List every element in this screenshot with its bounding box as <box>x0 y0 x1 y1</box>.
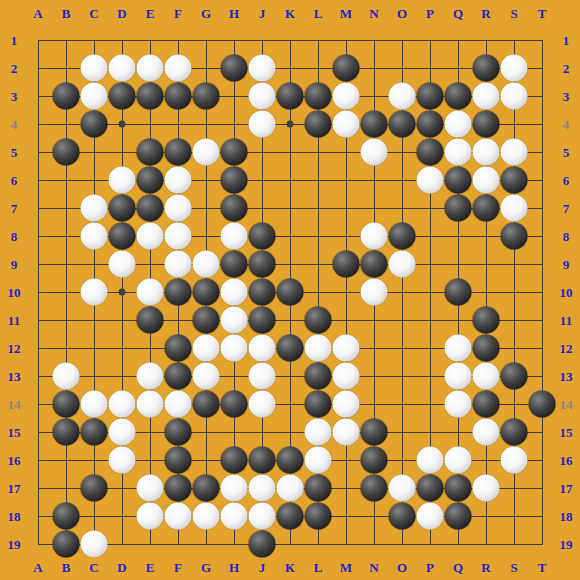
stone-black <box>361 251 388 278</box>
stone-white <box>305 335 332 362</box>
stone-black <box>165 475 192 502</box>
stone-black <box>165 279 192 306</box>
stone-black <box>501 419 528 446</box>
stone-black <box>249 307 276 334</box>
stone-black <box>221 195 248 222</box>
stone-white <box>333 363 360 390</box>
stone-white <box>249 55 276 82</box>
stone-black <box>53 391 80 418</box>
stone-black <box>305 307 332 334</box>
stone-black <box>389 111 416 138</box>
stone-white <box>137 55 164 82</box>
stone-white <box>137 363 164 390</box>
stone-black <box>221 55 248 82</box>
stone-white <box>445 111 472 138</box>
stone-white <box>249 111 276 138</box>
stone-black <box>53 139 80 166</box>
stone-black <box>221 447 248 474</box>
stone-black <box>305 111 332 138</box>
stone-black <box>53 531 80 558</box>
stone-white <box>501 447 528 474</box>
stone-white <box>305 447 332 474</box>
stone-black <box>165 419 192 446</box>
go-board[interactable] <box>0 0 580 580</box>
stone-black <box>501 223 528 250</box>
stone-black <box>165 363 192 390</box>
stone-white <box>137 279 164 306</box>
stone-white <box>277 475 304 502</box>
stone-white <box>221 475 248 502</box>
stone-white <box>81 55 108 82</box>
stone-white <box>193 363 220 390</box>
stone-white <box>249 335 276 362</box>
stone-black <box>501 363 528 390</box>
stone-white <box>165 167 192 194</box>
stone-white <box>333 419 360 446</box>
stone-black <box>221 167 248 194</box>
stone-white <box>137 475 164 502</box>
stone-white <box>193 139 220 166</box>
stone-white <box>389 475 416 502</box>
stone-black <box>165 83 192 110</box>
stone-white <box>165 195 192 222</box>
stone-white <box>109 447 136 474</box>
stone-white <box>81 531 108 558</box>
stone-black <box>109 83 136 110</box>
stone-black <box>361 447 388 474</box>
stone-black <box>277 335 304 362</box>
stone-white <box>333 391 360 418</box>
stone-black <box>389 503 416 530</box>
stone-black <box>473 111 500 138</box>
stone-black <box>81 419 108 446</box>
stone-black <box>193 391 220 418</box>
stone-white <box>417 503 444 530</box>
stone-black <box>445 83 472 110</box>
stone-black <box>305 363 332 390</box>
stone-black <box>221 139 248 166</box>
stone-white <box>81 279 108 306</box>
stone-white <box>305 419 332 446</box>
stone-black <box>361 111 388 138</box>
stone-black <box>445 279 472 306</box>
stone-black <box>305 83 332 110</box>
stone-white <box>193 335 220 362</box>
stone-black <box>417 83 444 110</box>
stone-black <box>277 447 304 474</box>
stone-black <box>137 195 164 222</box>
stone-white <box>81 391 108 418</box>
stone-white <box>221 307 248 334</box>
stone-black <box>249 447 276 474</box>
stone-white <box>501 195 528 222</box>
stone-white <box>473 139 500 166</box>
stone-white <box>389 251 416 278</box>
stone-white <box>473 167 500 194</box>
stone-black <box>249 279 276 306</box>
stone-black <box>81 111 108 138</box>
stone-white <box>165 391 192 418</box>
stone-black <box>193 307 220 334</box>
stone-white <box>333 335 360 362</box>
stone-black <box>277 83 304 110</box>
stone-black <box>389 223 416 250</box>
stone-white <box>137 503 164 530</box>
stone-white <box>137 391 164 418</box>
stone-white <box>501 139 528 166</box>
stone-black <box>305 391 332 418</box>
stone-black <box>53 419 80 446</box>
stone-black <box>53 503 80 530</box>
stone-white <box>249 503 276 530</box>
stone-black <box>249 223 276 250</box>
stone-black <box>473 195 500 222</box>
stone-white <box>81 195 108 222</box>
stone-white <box>249 363 276 390</box>
stone-black <box>221 391 248 418</box>
stone-white <box>361 139 388 166</box>
stone-black <box>109 223 136 250</box>
stone-white <box>109 167 136 194</box>
stone-white <box>81 223 108 250</box>
stone-black <box>109 195 136 222</box>
stone-white <box>109 251 136 278</box>
stone-black <box>333 251 360 278</box>
stone-white <box>221 279 248 306</box>
stone-black <box>249 531 276 558</box>
stone-white <box>109 55 136 82</box>
stone-black <box>445 503 472 530</box>
stone-white <box>417 167 444 194</box>
stone-black <box>473 391 500 418</box>
stone-black <box>249 251 276 278</box>
stone-white <box>165 503 192 530</box>
stone-white <box>249 83 276 110</box>
stone-black <box>501 167 528 194</box>
stone-white <box>417 447 444 474</box>
stone-black <box>333 55 360 82</box>
stone-black <box>417 111 444 138</box>
stone-black <box>165 139 192 166</box>
stone-black <box>81 475 108 502</box>
stone-white <box>249 391 276 418</box>
stone-white <box>501 55 528 82</box>
stone-white <box>501 83 528 110</box>
stone-white <box>473 475 500 502</box>
stone-black <box>529 391 556 418</box>
stone-white <box>53 363 80 390</box>
stone-white <box>473 419 500 446</box>
stone-black <box>137 307 164 334</box>
stone-black <box>445 475 472 502</box>
stone-black <box>445 195 472 222</box>
stone-black <box>53 83 80 110</box>
stone-black <box>193 475 220 502</box>
stone-white <box>221 335 248 362</box>
stone-black <box>165 447 192 474</box>
stone-white <box>249 475 276 502</box>
stone-white <box>445 391 472 418</box>
stone-white <box>165 251 192 278</box>
stone-black <box>361 475 388 502</box>
go-board-page: AABBCCDDEEFFGGHHJJKKLLMMNNOOPPQQRRSSTT11… <box>0 0 580 580</box>
stone-white <box>445 363 472 390</box>
stone-white <box>445 335 472 362</box>
stone-white <box>361 223 388 250</box>
stone-black <box>137 139 164 166</box>
stone-white <box>81 83 108 110</box>
stone-white <box>445 139 472 166</box>
stone-white <box>221 223 248 250</box>
stone-black <box>137 83 164 110</box>
stone-black <box>473 335 500 362</box>
stone-white <box>333 111 360 138</box>
stone-black <box>277 503 304 530</box>
stone-white <box>109 391 136 418</box>
stone-black <box>221 251 248 278</box>
stone-black <box>445 167 472 194</box>
stone-white <box>445 447 472 474</box>
stone-black <box>305 475 332 502</box>
stone-white <box>193 503 220 530</box>
stone-white <box>193 251 220 278</box>
stone-white <box>389 83 416 110</box>
stone-black <box>277 279 304 306</box>
stone-black <box>361 419 388 446</box>
stone-white <box>137 223 164 250</box>
stone-black <box>193 279 220 306</box>
stone-black <box>165 335 192 362</box>
stone-white <box>361 279 388 306</box>
stone-white <box>473 83 500 110</box>
stone-white <box>165 55 192 82</box>
stone-white <box>165 223 192 250</box>
stone-white <box>473 363 500 390</box>
stone-black <box>137 167 164 194</box>
stone-black <box>417 475 444 502</box>
stone-black <box>473 55 500 82</box>
stone-white <box>333 83 360 110</box>
stone-black <box>305 503 332 530</box>
stone-black <box>193 83 220 110</box>
stone-white <box>109 419 136 446</box>
stone-black <box>473 307 500 334</box>
stone-white <box>221 503 248 530</box>
stone-black <box>417 139 444 166</box>
